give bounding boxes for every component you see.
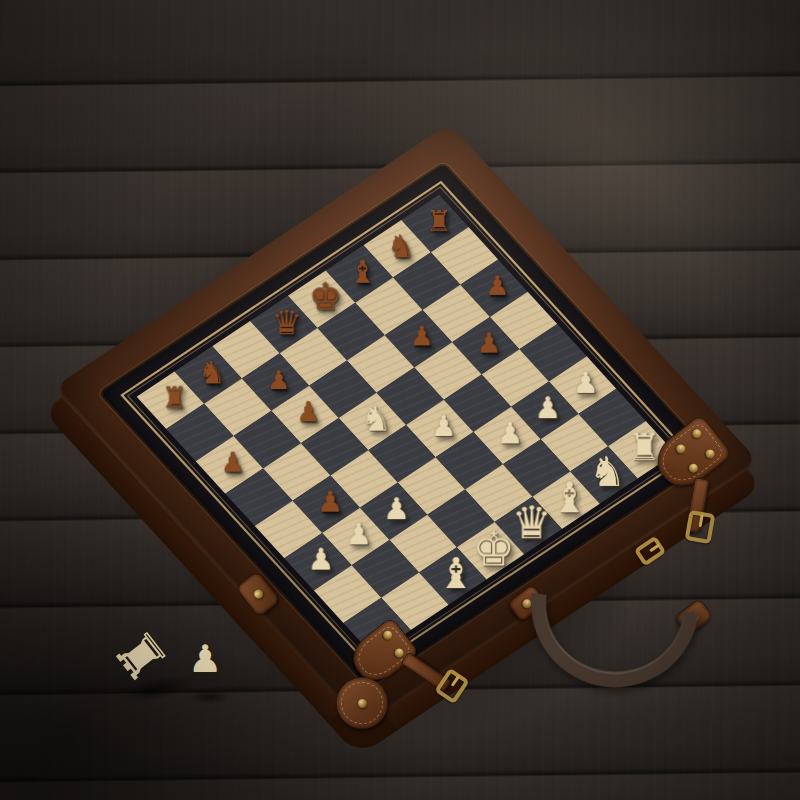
piece-black-rook[interactable]: ♜ (161, 383, 187, 412)
scene: ♜♟♟♞♟♟♟♟♟♝♛♞♚♚♟♛♝♟♟♝♞♟♟♞♜♟♟♜ ♜ ♟ (0, 0, 800, 800)
piece-black-pawn[interactable]: ♟ (221, 449, 245, 476)
piece-black-pawn[interactable]: ♟ (297, 398, 321, 425)
brass-buckle-icon[interactable] (685, 510, 716, 544)
piece-white-pawn[interactable]: ♟ (308, 544, 335, 574)
piece-black-pawn[interactable]: ♟ (267, 367, 290, 393)
piece-white-pawn[interactable]: ♟ (384, 494, 411, 524)
leather-medallion (336, 677, 388, 729)
piece-black-pawn[interactable]: ♟ (410, 323, 434, 350)
piece-black-knight[interactable]: ♞ (198, 357, 226, 388)
piece-white-knight[interactable]: ♞ (360, 401, 391, 436)
piece-black-pawn[interactable]: ♟ (477, 329, 502, 357)
piece-white-pawn[interactable]: ♟ (430, 412, 456, 441)
captured-pawn-shadow (188, 690, 232, 704)
piece-white-knight[interactable]: ♞ (589, 452, 626, 493)
piece-white-bishop[interactable]: ♝ (551, 477, 589, 519)
piece-black-pawn[interactable]: ♟ (317, 487, 343, 516)
piece-white-queen[interactable]: ♛ (512, 500, 552, 545)
captured-white-pawn: ♟ (188, 640, 222, 678)
piece-black-queen[interactable]: ♛ (272, 305, 302, 339)
brass-stud-icon (358, 699, 367, 708)
piece-black-king[interactable]: ♚ (309, 278, 342, 315)
piece-black-knight[interactable]: ♞ (387, 231, 415, 262)
piece-white-king[interactable]: ♚ (473, 524, 516, 572)
piece-white-pawn[interactable]: ♟ (346, 519, 373, 549)
piece-black-bishop[interactable]: ♝ (349, 256, 378, 288)
piece-white-pawn[interactable]: ♟ (535, 393, 562, 423)
piece-white-bishop[interactable]: ♝ (438, 552, 476, 594)
piece-white-pawn[interactable]: ♟ (573, 368, 600, 398)
piece-white-pawn[interactable]: ♟ (497, 418, 524, 448)
piece-black-rook[interactable]: ♜ (426, 207, 452, 236)
brass-stud-icon (252, 588, 265, 601)
piece-black-pawn[interactable]: ♟ (486, 272, 510, 299)
